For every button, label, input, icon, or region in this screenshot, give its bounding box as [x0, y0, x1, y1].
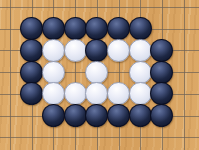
white-stone[interactable]	[85, 82, 108, 105]
grid-line-horizontal	[0, 7, 199, 8]
black-stone[interactable]	[150, 82, 173, 105]
black-stone[interactable]	[129, 17, 152, 40]
white-stone[interactable]	[107, 82, 130, 105]
black-stone[interactable]	[85, 17, 108, 40]
white-stone[interactable]	[129, 61, 152, 84]
grid-line-vertical	[184, 0, 185, 150]
black-stone[interactable]	[20, 61, 43, 84]
white-stone[interactable]	[85, 61, 108, 84]
black-stone[interactable]	[20, 82, 43, 105]
grid-line-vertical	[10, 0, 11, 150]
go-board[interactable]	[0, 0, 199, 150]
white-stone[interactable]	[129, 82, 152, 105]
white-stone[interactable]	[42, 39, 65, 62]
white-stone[interactable]	[42, 61, 65, 84]
white-stone[interactable]	[107, 39, 130, 62]
black-stone[interactable]	[64, 17, 87, 40]
black-stone[interactable]	[85, 104, 108, 127]
grid-line-horizontal	[0, 137, 199, 138]
black-stone[interactable]	[85, 39, 108, 62]
white-stone[interactable]	[64, 82, 87, 105]
black-stone[interactable]	[107, 104, 130, 127]
black-stone[interactable]	[107, 17, 130, 40]
black-stone[interactable]	[20, 17, 43, 40]
black-stone[interactable]	[150, 39, 173, 62]
white-stone[interactable]	[64, 39, 87, 62]
white-stone[interactable]	[42, 82, 65, 105]
white-stone[interactable]	[129, 39, 152, 62]
black-stone[interactable]	[20, 39, 43, 62]
black-stone[interactable]	[129, 104, 152, 127]
black-stone[interactable]	[150, 61, 173, 84]
black-stone[interactable]	[64, 104, 87, 127]
black-stone[interactable]	[42, 104, 65, 127]
black-stone[interactable]	[42, 17, 65, 40]
black-stone[interactable]	[150, 104, 173, 127]
